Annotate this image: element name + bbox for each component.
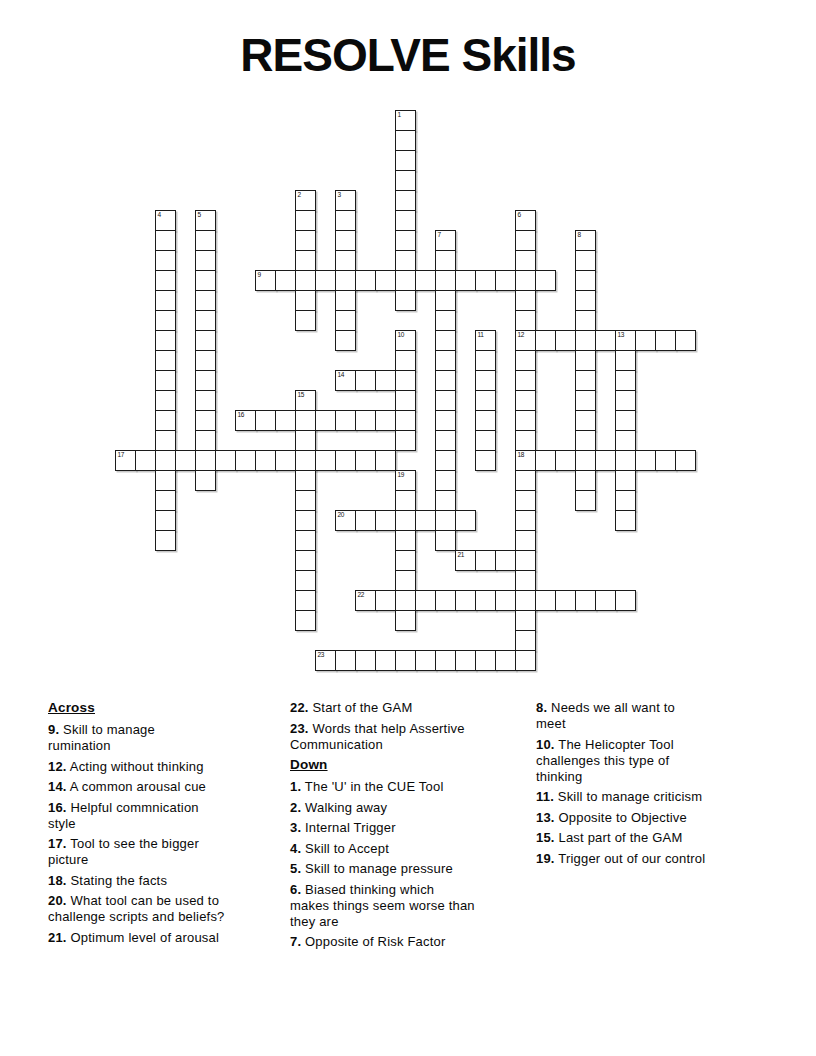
grid-cell[interactable] (375, 270, 396, 291)
grid-cell[interactable] (515, 230, 536, 251)
grid-cell[interactable] (455, 510, 476, 531)
grid-cell[interactable] (155, 350, 176, 371)
grid-cell[interactable] (395, 230, 416, 251)
across-clue-21: 21. Optimum level of arousal (48, 930, 293, 946)
grid-cell[interactable] (155, 530, 176, 551)
grid-cell[interactable] (515, 530, 536, 551)
grid-cell[interactable] (295, 530, 316, 551)
clue-text: Walking away (301, 800, 387, 815)
grid-cell[interactable] (415, 270, 436, 291)
clue-number: 9. (48, 722, 59, 737)
grid-cell[interactable] (395, 590, 416, 611)
grid-cell[interactable] (635, 330, 656, 351)
puzzle-title: RESOLVE Skills (0, 28, 816, 82)
grid-cell[interactable] (575, 390, 596, 411)
grid-cell[interactable] (395, 530, 416, 551)
clue-number: 11. (536, 789, 554, 804)
grid-cell[interactable] (155, 230, 176, 251)
grid-cell[interactable] (355, 450, 376, 471)
grid-cell[interactable]: 18 (515, 450, 536, 471)
cell-number: 4 (158, 212, 161, 219)
grid-cell[interactable] (575, 450, 596, 471)
cell-number: 10 (398, 332, 405, 339)
grid-cell[interactable] (615, 370, 636, 391)
grid-cell[interactable] (295, 470, 316, 491)
worksheet-page: { "title": "RESOLVE Skills", "game": "cr… (0, 0, 816, 1056)
grid-cell[interactable] (395, 290, 416, 311)
grid-cell[interactable] (575, 330, 596, 351)
grid-cell[interactable]: 5 (195, 210, 216, 231)
grid-cell[interactable]: 4 (155, 210, 176, 231)
grid-cell[interactable] (155, 430, 176, 451)
down-clue-7: 7. Opposite of Risk Factor (290, 934, 535, 950)
grid-cell[interactable] (675, 330, 696, 351)
grid-cell[interactable] (555, 450, 576, 471)
down-clue-3: 3. Internal Trigger (290, 820, 535, 836)
grid-cell[interactable] (555, 330, 576, 351)
grid-cell[interactable] (475, 270, 496, 291)
grid-cell[interactable] (395, 490, 416, 511)
grid-cell[interactable]: 13 (615, 330, 636, 351)
grid-cell[interactable] (615, 590, 636, 611)
grid-cell[interactable] (515, 570, 536, 591)
clue-text: Start of the GAM (309, 700, 413, 715)
down-clue-1: 1. The 'U' in the CUE Tool (290, 779, 535, 795)
grid-cell[interactable] (435, 250, 456, 271)
down-clue-5: 5. Skill to manage pressure (290, 861, 535, 877)
grid-cell[interactable] (535, 450, 556, 471)
grid-cell[interactable] (515, 650, 536, 671)
grid-cell[interactable]: 23 (315, 650, 336, 671)
grid-cell[interactable] (155, 330, 176, 351)
clue-text: The 'U' in the CUE Tool (301, 779, 443, 794)
grid-cell[interactable] (435, 590, 456, 611)
grid-cell[interactable]: 8 (575, 230, 596, 251)
grid-cell[interactable] (475, 430, 496, 451)
grid-cell[interactable]: 9 (255, 270, 276, 291)
grid-cell[interactable] (375, 650, 396, 671)
grid-cell[interactable] (475, 550, 496, 571)
grid-cell[interactable] (575, 590, 596, 611)
clue-number: 8. (536, 700, 547, 715)
grid-cell[interactable] (155, 450, 176, 471)
grid-cell[interactable] (195, 350, 216, 371)
grid-cell[interactable] (395, 150, 416, 171)
clue-number: 15. (536, 830, 555, 845)
clues-column-1: Across9. Skill to manage rumination12. A… (48, 700, 293, 950)
grid-cell[interactable] (435, 330, 456, 351)
grid-cell[interactable] (335, 270, 356, 291)
grid-cell[interactable] (275, 270, 296, 291)
grid-cell[interactable] (155, 290, 176, 311)
clue-text: A common arousal cue (67, 779, 206, 794)
grid-cell[interactable] (415, 650, 436, 671)
grid-cell[interactable] (395, 370, 416, 391)
grid-cell[interactable] (195, 290, 216, 311)
grid-cell[interactable] (475, 450, 496, 471)
across-clue-20: 20. What tool can be used to challenge s… (48, 893, 293, 925)
grid-cell[interactable] (275, 410, 296, 431)
grid-cell[interactable] (375, 510, 396, 531)
grid-cell[interactable] (455, 270, 476, 291)
grid-cell[interactable] (535, 330, 556, 351)
grid-cell[interactable] (315, 450, 336, 471)
grid-cell[interactable] (195, 370, 216, 391)
grid-cell[interactable] (455, 650, 476, 671)
grid-cell[interactable] (395, 650, 416, 671)
grid-cell[interactable] (395, 130, 416, 151)
grid-cell[interactable] (515, 270, 536, 291)
across-clue-22: 22. Start of the GAM (290, 700, 535, 716)
clue-number: 2. (290, 800, 301, 815)
grid-cell[interactable] (295, 610, 316, 631)
grid-cell[interactable] (515, 350, 536, 371)
cell-number: 9 (258, 272, 261, 279)
grid-cell[interactable] (155, 270, 176, 291)
grid-cell[interactable] (615, 410, 636, 431)
grid-cell[interactable] (195, 450, 216, 471)
grid-cell[interactable] (415, 590, 436, 611)
grid-cell[interactable] (515, 370, 536, 391)
grid-cell[interactable] (655, 330, 676, 351)
grid-cell[interactable] (575, 270, 596, 291)
grid-cell[interactable] (495, 590, 516, 611)
grid-cell[interactable] (515, 410, 536, 431)
grid-cell[interactable] (435, 350, 456, 371)
grid-cell[interactable] (355, 270, 376, 291)
cell-number: 8 (578, 232, 581, 239)
grid-cell[interactable] (495, 270, 516, 291)
grid-cell[interactable] (515, 250, 536, 271)
grid-cell[interactable] (515, 630, 536, 651)
grid-cell[interactable] (655, 450, 676, 471)
grid-cell[interactable] (515, 430, 536, 451)
grid-cell[interactable] (215, 450, 236, 471)
grid-cell[interactable]: 22 (355, 590, 376, 611)
cell-number: 6 (518, 212, 521, 219)
clue-text: Tool to see the bigger picture (48, 836, 199, 867)
grid-cell[interactable] (575, 370, 596, 391)
clue-number: 18. (48, 873, 67, 888)
grid-cell[interactable] (535, 590, 556, 611)
clue-text: Needs we all want to meet (536, 700, 675, 731)
clues-column-3: 8. Needs we all want to meet10. The Heli… (536, 700, 786, 871)
clue-text: What tool can be used to challenge scrip… (48, 893, 225, 924)
grid-cell[interactable] (335, 450, 356, 471)
across-clue-12: 12. Acting without thinking (48, 759, 293, 775)
grid-cell[interactable] (375, 410, 396, 431)
grid-cell[interactable] (395, 250, 416, 271)
grid-cell[interactable]: 1 (395, 110, 416, 131)
grid-cell[interactable] (255, 450, 276, 471)
grid-cell[interactable] (475, 390, 496, 411)
grid-cell[interactable] (135, 450, 156, 471)
grid-cell[interactable] (395, 170, 416, 191)
grid-cell[interactable] (295, 450, 316, 471)
grid-cell[interactable] (615, 350, 636, 371)
grid-cell[interactable] (155, 470, 176, 491)
grid-cell[interactable] (315, 270, 336, 291)
grid-cell[interactable] (295, 410, 316, 431)
grid-cell[interactable] (355, 510, 376, 531)
grid-cell[interactable] (155, 310, 176, 331)
grid-cell[interactable] (435, 310, 456, 331)
grid-cell[interactable] (155, 390, 176, 411)
clue-number: 5. (290, 861, 301, 876)
clue-text: Trigger out of our control (555, 851, 706, 866)
grid-cell[interactable] (335, 410, 356, 431)
grid-cell[interactable] (535, 270, 556, 291)
cell-number: 22 (358, 592, 365, 599)
grid-cell[interactable] (515, 550, 536, 571)
grid-cell[interactable]: 15 (295, 390, 316, 411)
clue-number: 7. (290, 934, 301, 949)
grid-cell[interactable] (475, 370, 496, 391)
clue-number: 3. (290, 820, 301, 835)
grid-cell[interactable] (415, 510, 436, 531)
clue-number: 20. (48, 893, 67, 908)
grid-cell[interactable] (395, 430, 416, 451)
grid-cell[interactable] (195, 330, 216, 351)
grid-cell[interactable] (295, 430, 316, 451)
grid-cell[interactable] (295, 210, 316, 231)
down-heading: Down (290, 757, 535, 773)
cell-number: 3 (338, 192, 341, 199)
grid-cell[interactable] (335, 330, 356, 351)
grid-cell[interactable] (255, 410, 276, 431)
grid-cell[interactable] (435, 410, 456, 431)
grid-cell[interactable] (395, 270, 416, 291)
grid-cell[interactable]: 12 (515, 330, 536, 351)
cell-number: 15 (298, 392, 305, 399)
grid-cell[interactable] (475, 410, 496, 431)
grid-cell[interactable] (295, 290, 316, 311)
grid-cell[interactable] (195, 430, 216, 451)
grid-cell[interactable] (195, 410, 216, 431)
grid-cell[interactable] (575, 430, 596, 451)
across-clue-17: 17. Tool to see the bigger picture (48, 836, 293, 868)
grid-cell[interactable] (435, 270, 456, 291)
grid-cell[interactable] (295, 550, 316, 571)
across-heading: Across (48, 700, 293, 716)
grid-cell[interactable] (435, 450, 456, 471)
grid-cell[interactable]: 2 (295, 190, 316, 211)
grid-cell[interactable] (395, 350, 416, 371)
grid-cell[interactable] (375, 450, 396, 471)
grid-cell[interactable] (395, 570, 416, 591)
grid-cell[interactable] (395, 190, 416, 211)
grid-cell[interactable] (495, 550, 516, 571)
grid-cell[interactable]: 19 (395, 470, 416, 491)
grid-cell[interactable] (395, 550, 416, 571)
cell-number: 23 (318, 652, 325, 659)
grid-cell[interactable] (595, 450, 616, 471)
grid-cell[interactable] (195, 250, 216, 271)
grid-cell[interactable] (175, 450, 196, 471)
grid-cell[interactable] (395, 410, 416, 431)
grid-cell[interactable] (515, 610, 536, 631)
grid-cell[interactable]: 21 (455, 550, 476, 571)
cell-number: 2 (298, 192, 301, 199)
grid-cell[interactable] (515, 290, 536, 311)
clue-text: Acting without thinking (67, 759, 204, 774)
grid-cell[interactable]: 16 (235, 410, 256, 431)
grid-cell[interactable] (335, 210, 356, 231)
grid-cell[interactable] (455, 590, 476, 611)
grid-cell[interactable] (595, 590, 616, 611)
grid-cell[interactable] (295, 230, 316, 251)
grid-cell[interactable] (355, 650, 376, 671)
grid-cell[interactable] (575, 250, 596, 271)
grid-cell[interactable] (515, 490, 536, 511)
grid-cell[interactable] (615, 490, 636, 511)
grid-cell[interactable] (155, 410, 176, 431)
clue-text: Opposite to Objective (555, 810, 687, 825)
grid-cell[interactable] (295, 250, 316, 271)
grid-cell[interactable] (395, 610, 416, 631)
across-clue-23: 23. Words that help Assertive Communicat… (290, 721, 535, 753)
grid-cell[interactable] (615, 450, 636, 471)
cell-number: 18 (518, 452, 525, 459)
clue-text: Skill to manage rumination (48, 722, 155, 753)
grid-cell[interactable] (435, 390, 456, 411)
clue-number: 1. (290, 779, 301, 794)
grid-cell[interactable]: 10 (395, 330, 416, 351)
clue-number: 23. (290, 721, 309, 736)
clue-number: 12. (48, 759, 67, 774)
grid-cell[interactable] (435, 510, 456, 531)
down-clue-8: 8. Needs we all want to meet (536, 700, 786, 732)
grid-cell[interactable] (475, 350, 496, 371)
grid-cell[interactable] (335, 310, 356, 331)
grid-cell[interactable] (395, 510, 416, 531)
grid-cell[interactable] (295, 270, 316, 291)
cell-number: 7 (438, 232, 441, 239)
grid-cell[interactable]: 17 (115, 450, 136, 471)
grid-cell[interactable] (475, 650, 496, 671)
grid-cell[interactable] (575, 290, 596, 311)
grid-cell[interactable] (575, 410, 596, 431)
grid-cell[interactable] (335, 230, 356, 251)
grid-cell[interactable] (195, 310, 216, 331)
grid-cell[interactable] (395, 390, 416, 411)
grid-cell[interactable] (155, 370, 176, 391)
grid-cell[interactable] (515, 470, 536, 491)
grid-cell[interactable] (315, 410, 336, 431)
cell-number: 17 (118, 452, 125, 459)
grid-cell[interactable] (375, 590, 396, 611)
grid-cell[interactable] (295, 590, 316, 611)
grid-cell[interactable] (575, 310, 596, 331)
grid-cell[interactable] (435, 290, 456, 311)
grid-cell[interactable] (675, 450, 696, 471)
grid-cell[interactable] (155, 490, 176, 511)
down-clue-2: 2. Walking away (290, 800, 535, 816)
grid-cell[interactable] (615, 430, 636, 451)
grid-cell[interactable] (155, 250, 176, 271)
clues-column-2: 22. Start of the GAM23. Words that help … (290, 700, 535, 955)
grid-cell[interactable] (435, 490, 456, 511)
grid-cell[interactable] (435, 650, 456, 671)
grid-cell[interactable] (435, 430, 456, 451)
grid-cell[interactable] (335, 290, 356, 311)
grid-cell[interactable]: 14 (335, 370, 356, 391)
grid-cell[interactable] (195, 390, 216, 411)
clue-number: 4. (290, 841, 301, 856)
grid-cell[interactable]: 11 (475, 330, 496, 351)
grid-cell[interactable] (615, 470, 636, 491)
grid-cell[interactable] (515, 390, 536, 411)
cell-number: 19 (398, 472, 405, 479)
clue-text: Skill to Accept (301, 841, 389, 856)
grid-cell[interactable] (515, 510, 536, 531)
clue-text: Words that help Assertive Communication (290, 721, 465, 752)
down-clue-10: 10. The Helicopter Tool challenges this … (536, 737, 786, 785)
clue-text: Biased thinking which makes things seem … (290, 882, 475, 929)
clue-number: 10. (536, 737, 555, 752)
grid-cell[interactable] (295, 570, 316, 591)
clue-text: Helpful commnication style (48, 800, 199, 831)
grid-cell[interactable] (515, 310, 536, 331)
down-clue-11: 11. Skill to manage criticism (536, 789, 786, 805)
grid-cell[interactable] (495, 650, 516, 671)
grid-cell[interactable]: 7 (435, 230, 456, 251)
clue-text: Skill to manage criticism (554, 789, 702, 804)
grid-cell[interactable] (295, 490, 316, 511)
grid-cell[interactable] (475, 590, 496, 611)
grid-cell[interactable] (355, 370, 376, 391)
clue-number: 22. (290, 700, 309, 715)
grid-cell[interactable] (275, 450, 296, 471)
cell-number: 12 (518, 332, 525, 339)
grid-cell[interactable] (155, 510, 176, 531)
grid-cell[interactable] (335, 650, 356, 671)
grid-cell[interactable] (195, 470, 216, 491)
grid-cell[interactable] (355, 410, 376, 431)
cell-number: 13 (618, 332, 625, 339)
grid-cell[interactable] (395, 210, 416, 231)
grid-cell[interactable] (195, 270, 216, 291)
grid-cell[interactable] (615, 510, 636, 531)
grid-cell[interactable] (575, 350, 596, 371)
grid-cell[interactable] (615, 390, 636, 411)
clue-text: Optimum level of arousal (67, 930, 219, 945)
clue-text: Internal Trigger (301, 820, 395, 835)
grid-cell[interactable] (435, 470, 456, 491)
cell-number: 1 (398, 112, 401, 119)
grid-cell[interactable] (435, 370, 456, 391)
grid-cell[interactable] (335, 250, 356, 271)
grid-cell[interactable]: 6 (515, 210, 536, 231)
grid-cell[interactable] (555, 590, 576, 611)
grid-cell[interactable]: 3 (335, 190, 356, 211)
grid-cell[interactable] (235, 450, 256, 471)
cell-number: 16 (238, 412, 245, 419)
grid-cell[interactable] (635, 450, 656, 471)
grid-cell[interactable] (575, 470, 596, 491)
grid-cell[interactable] (375, 370, 396, 391)
grid-cell[interactable] (575, 490, 596, 511)
grid-cell[interactable] (435, 530, 456, 551)
cell-number: 20 (338, 512, 345, 519)
grid-cell[interactable] (595, 330, 616, 351)
grid-cell[interactable] (295, 510, 316, 531)
grid-cell[interactable] (295, 310, 316, 331)
grid-cell[interactable] (195, 230, 216, 251)
grid-cell[interactable] (515, 590, 536, 611)
across-clue-18: 18. Stating the facts (48, 873, 293, 889)
grid-cell[interactable]: 20 (335, 510, 356, 531)
